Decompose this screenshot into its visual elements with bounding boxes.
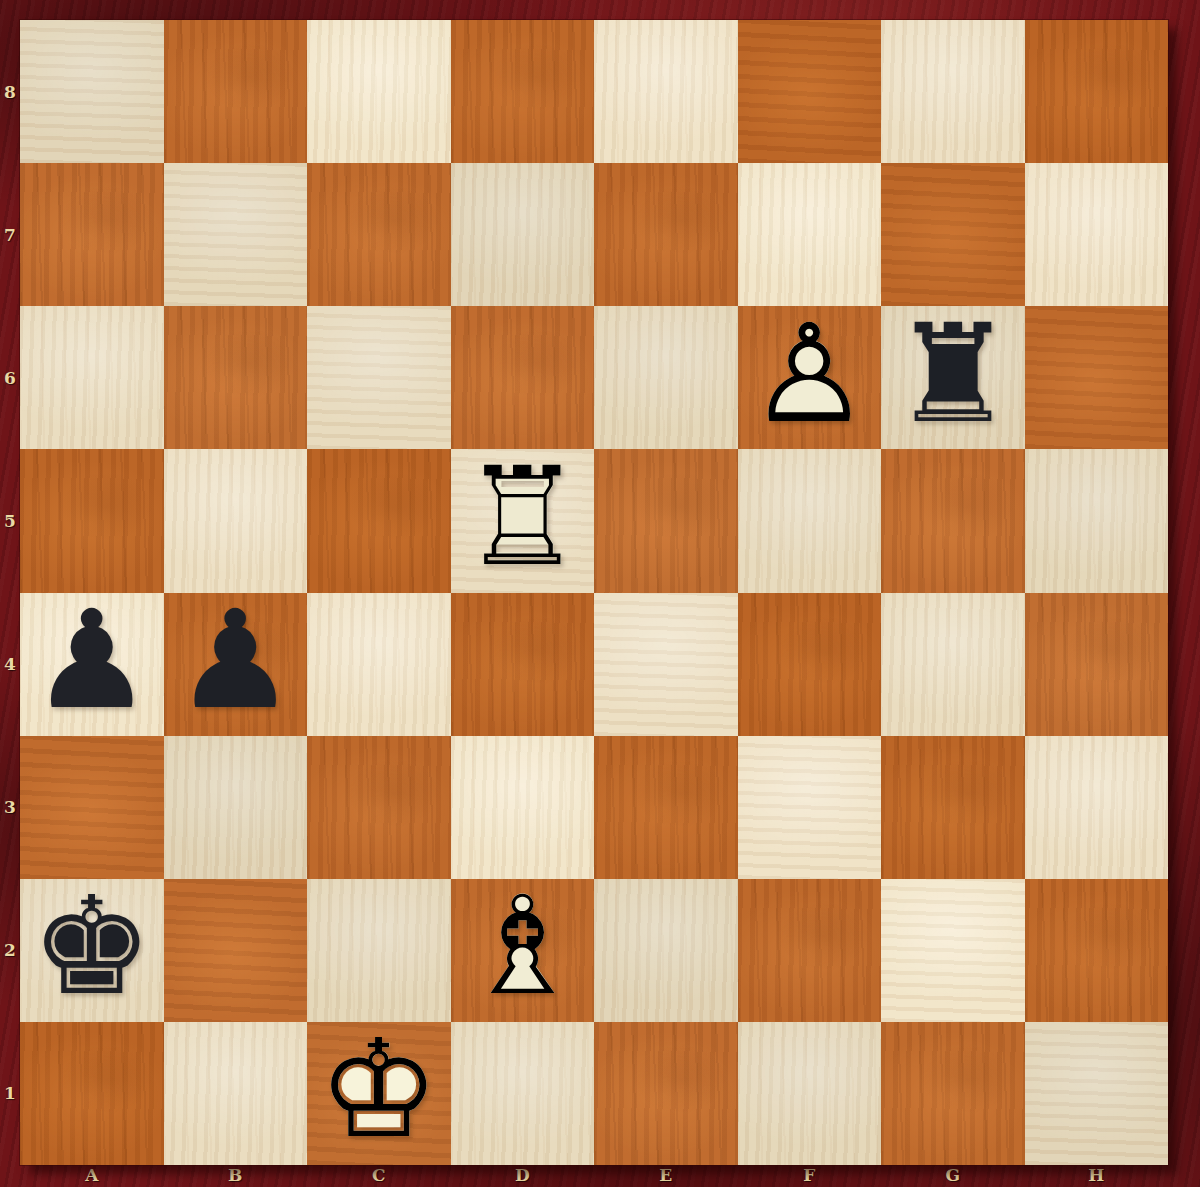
square-h4[interactable] <box>1025 593 1169 736</box>
square-h7[interactable] <box>1025 163 1169 306</box>
square-b6[interactable] <box>164 306 308 449</box>
file-label-g: G <box>881 1163 1025 1187</box>
square-e1[interactable] <box>594 1022 738 1165</box>
piece-outline-glyph: ♖ <box>461 449 583 585</box>
square-b2[interactable] <box>164 879 308 1022</box>
rank-labels: 87654321 <box>0 20 20 1165</box>
square-g2[interactable] <box>881 879 1025 1022</box>
square-c1[interactable]: ♚♔ <box>307 1022 451 1165</box>
square-d2[interactable]: ♝♗ <box>451 879 595 1022</box>
rank-label-2: 2 <box>0 879 20 1022</box>
square-d1[interactable] <box>451 1022 595 1165</box>
piece-white-rook[interactable]: ♜♖ <box>451 449 595 592</box>
square-c4[interactable] <box>307 593 451 736</box>
square-d3[interactable] <box>451 736 595 879</box>
square-e7[interactable] <box>594 163 738 306</box>
square-d6[interactable] <box>451 306 595 449</box>
square-a5[interactable] <box>20 449 164 592</box>
square-e2[interactable] <box>594 879 738 1022</box>
square-a2[interactable]: ♚♔ <box>20 879 164 1022</box>
square-d8[interactable] <box>451 20 595 163</box>
square-g3[interactable] <box>881 736 1025 879</box>
square-f6[interactable]: ♟♙ <box>738 306 882 449</box>
square-c2[interactable] <box>307 879 451 1022</box>
square-b8[interactable] <box>164 20 308 163</box>
rank-label-1: 1 <box>0 1022 20 1165</box>
square-h8[interactable] <box>1025 20 1169 163</box>
piece-white-bishop[interactable]: ♝♗ <box>451 879 595 1022</box>
square-e8[interactable] <box>594 20 738 163</box>
square-h3[interactable] <box>1025 736 1169 879</box>
square-b4[interactable]: ♟♙ <box>164 593 308 736</box>
square-g7[interactable] <box>881 163 1025 306</box>
square-g5[interactable] <box>881 449 1025 592</box>
chess-board: ♟♙♜♖♜♖♟♙♟♙♚♔♝♗♚♔ <box>20 20 1168 1165</box>
piece-black-pawn[interactable]: ♟♙ <box>164 593 308 736</box>
file-label-b: B <box>164 1163 308 1187</box>
file-label-e: E <box>594 1163 738 1187</box>
square-d7[interactable] <box>451 163 595 306</box>
rank-label-7: 7 <box>0 163 20 306</box>
square-c5[interactable] <box>307 449 451 592</box>
square-f4[interactable] <box>738 593 882 736</box>
piece-outline-glyph: ♙ <box>748 306 870 442</box>
rank-label-8: 8 <box>0 20 20 163</box>
piece-outline-glyph: ♔ <box>31 879 153 1015</box>
square-h6[interactable] <box>1025 306 1169 449</box>
square-e3[interactable] <box>594 736 738 879</box>
square-c8[interactable] <box>307 20 451 163</box>
square-b7[interactable] <box>164 163 308 306</box>
square-a4[interactable]: ♟♙ <box>20 593 164 736</box>
square-a7[interactable] <box>20 163 164 306</box>
piece-outline-glyph: ♔ <box>318 1022 440 1158</box>
square-f3[interactable] <box>738 736 882 879</box>
square-c3[interactable] <box>307 736 451 879</box>
piece-black-king[interactable]: ♚♔ <box>20 879 164 1022</box>
square-d5[interactable]: ♜♖ <box>451 449 595 592</box>
piece-outline-glyph: ♙ <box>31 593 153 729</box>
square-b5[interactable] <box>164 449 308 592</box>
file-label-a: A <box>20 1163 164 1187</box>
square-e6[interactable] <box>594 306 738 449</box>
square-h1[interactable] <box>1025 1022 1169 1165</box>
piece-outline-glyph: ♗ <box>461 879 583 1015</box>
square-c7[interactable] <box>307 163 451 306</box>
square-f7[interactable] <box>738 163 882 306</box>
square-h2[interactable] <box>1025 879 1169 1022</box>
file-label-f: F <box>738 1163 882 1187</box>
piece-black-rook[interactable]: ♜♖ <box>881 306 1025 449</box>
square-c6[interactable] <box>307 306 451 449</box>
rank-label-3: 3 <box>0 736 20 879</box>
square-a8[interactable] <box>20 20 164 163</box>
square-d4[interactable] <box>451 593 595 736</box>
piece-black-pawn[interactable]: ♟♙ <box>20 593 164 736</box>
square-h5[interactable] <box>1025 449 1169 592</box>
square-e5[interactable] <box>594 449 738 592</box>
file-label-c: C <box>307 1163 451 1187</box>
square-g4[interactable] <box>881 593 1025 736</box>
square-f2[interactable] <box>738 879 882 1022</box>
rank-label-4: 4 <box>0 593 20 736</box>
square-f1[interactable] <box>738 1022 882 1165</box>
square-g8[interactable] <box>881 20 1025 163</box>
piece-white-pawn[interactable]: ♟♙ <box>738 306 882 449</box>
square-g6[interactable]: ♜♖ <box>881 306 1025 449</box>
file-label-d: D <box>451 1163 595 1187</box>
square-g1[interactable] <box>881 1022 1025 1165</box>
file-label-h: H <box>1025 1163 1169 1187</box>
rank-label-6: 6 <box>0 306 20 449</box>
square-f8[interactable] <box>738 20 882 163</box>
board-frame: 87654321 ABCDEFGH ♟♙♜♖♜♖♟♙♟♙♚♔♝♗♚♔ <box>0 0 1200 1187</box>
square-e4[interactable] <box>594 593 738 736</box>
square-b1[interactable] <box>164 1022 308 1165</box>
square-a6[interactable] <box>20 306 164 449</box>
square-a3[interactable] <box>20 736 164 879</box>
square-a1[interactable] <box>20 1022 164 1165</box>
file-labels: ABCDEFGH <box>20 1163 1168 1187</box>
piece-outline-glyph: ♙ <box>174 593 296 729</box>
piece-outline-glyph: ♖ <box>892 306 1014 442</box>
piece-white-king[interactable]: ♚♔ <box>307 1022 451 1165</box>
square-b3[interactable] <box>164 736 308 879</box>
rank-label-5: 5 <box>0 449 20 592</box>
square-f5[interactable] <box>738 449 882 592</box>
